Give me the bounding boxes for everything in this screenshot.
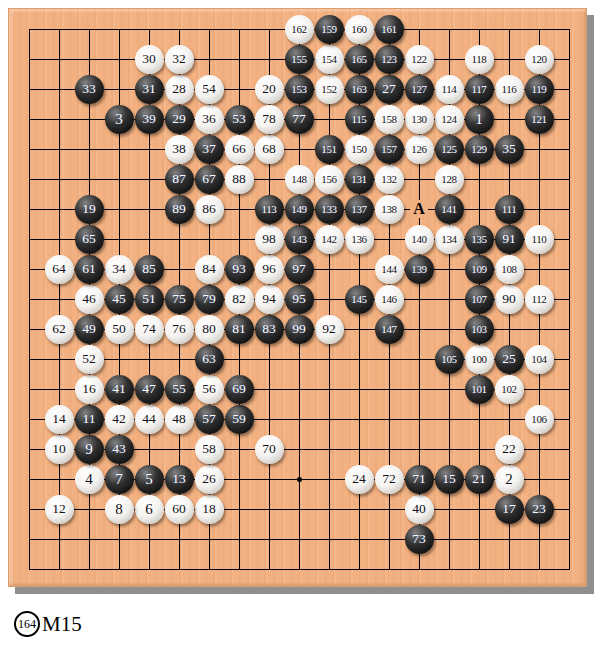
- stone-number: 157: [381, 144, 396, 155]
- stone-white-2: 2: [495, 465, 524, 494]
- stone-white-158: 158: [375, 105, 404, 134]
- stone-number: 154: [321, 54, 336, 65]
- stone-number: 49: [82, 322, 96, 336]
- stone-number: 98: [262, 232, 276, 246]
- stone-number: 77: [292, 112, 306, 126]
- stone-white-22: 22: [495, 435, 524, 464]
- stone-number: 16: [82, 382, 96, 396]
- stone-white-36: 36: [195, 105, 224, 134]
- stone-number: 59: [232, 412, 246, 426]
- stone-black-19: 19: [75, 195, 104, 224]
- board-grid: 1234567891011121314151617181920212223242…: [29, 29, 570, 570]
- stone-white-136: 136: [345, 225, 374, 254]
- stone-number: 37: [202, 142, 216, 156]
- stone-number: 54: [202, 82, 216, 96]
- stone-number: 88: [232, 172, 246, 186]
- stone-number: 122: [411, 54, 426, 65]
- star-point: [297, 477, 302, 482]
- stone-number: 78: [262, 112, 276, 126]
- stone-number: 124: [441, 114, 456, 125]
- stone-black-3: 3: [105, 105, 134, 134]
- stone-number: 31: [142, 82, 156, 96]
- stone-white-42: 42: [105, 405, 134, 434]
- stone-black-59: 59: [225, 405, 254, 434]
- stone-white-124: 124: [435, 105, 464, 134]
- stone-black-113: 113: [255, 195, 284, 224]
- stone-black-53: 53: [225, 105, 254, 134]
- stone-number: 72: [382, 472, 396, 486]
- stone-number: 99: [292, 322, 306, 336]
- stone-black-23: 23: [525, 495, 554, 524]
- stone-white-126: 126: [405, 135, 434, 164]
- stone-black-49: 49: [75, 315, 104, 344]
- stone-number: 76: [172, 322, 186, 336]
- stone-number: 42: [112, 412, 126, 426]
- stone-white-122: 122: [405, 45, 434, 74]
- stone-white-28: 28: [165, 75, 194, 104]
- stone-number: 79: [202, 292, 216, 306]
- stone-white-78: 78: [255, 105, 284, 134]
- stone-white-14: 14: [45, 405, 74, 434]
- stone-white-162: 162: [285, 15, 314, 44]
- stone-white-80: 80: [195, 315, 224, 344]
- caption-stone-white-164: 164: [14, 611, 40, 637]
- stone-black-95: 95: [285, 285, 314, 314]
- stone-black-83: 83: [255, 315, 284, 344]
- stone-number: 23: [532, 502, 546, 516]
- stone-black-149: 149: [285, 195, 314, 224]
- stone-number: 66: [232, 142, 246, 156]
- stone-white-160: 160: [345, 15, 374, 44]
- stone-white-112: 112: [525, 285, 554, 314]
- stone-white-148: 148: [285, 165, 314, 194]
- stone-black-17: 17: [495, 495, 524, 524]
- stone-white-16: 16: [75, 375, 104, 404]
- stone-black-71: 71: [405, 465, 434, 494]
- stone-number: 26: [202, 472, 216, 486]
- stone-number: 63: [202, 352, 216, 366]
- stone-number: 47: [142, 382, 156, 396]
- stone-black-115: 115: [345, 105, 374, 134]
- stone-black-37: 37: [195, 135, 224, 164]
- stone-number: 151: [321, 144, 336, 155]
- stone-number: 84: [202, 262, 216, 276]
- stone-number: 43: [112, 442, 126, 456]
- stone-black-45: 45: [105, 285, 134, 314]
- stone-black-157: 157: [375, 135, 404, 164]
- stone-black-129: 129: [465, 135, 494, 164]
- stone-number: 119: [532, 84, 547, 95]
- stone-number: 21: [472, 472, 486, 486]
- stone-number: 38: [172, 142, 186, 156]
- stone-number: 97: [292, 262, 306, 276]
- stone-number: 96: [262, 262, 276, 276]
- stone-white-68: 68: [255, 135, 284, 164]
- stone-white-94: 94: [255, 285, 284, 314]
- stone-number: 6: [145, 502, 153, 517]
- stone-number: 68: [262, 142, 276, 156]
- stone-white-104: 104: [525, 345, 554, 374]
- stone-number: 33: [82, 82, 96, 96]
- stone-white-26: 26: [195, 465, 224, 494]
- stone-white-48: 48: [165, 405, 194, 434]
- stone-number: 22: [502, 442, 516, 456]
- stone-white-10: 10: [45, 435, 74, 464]
- stone-white-110: 110: [525, 225, 554, 254]
- stone-number: 13: [172, 472, 186, 486]
- stone-white-54: 54: [195, 75, 224, 104]
- stone-black-165: 165: [345, 45, 374, 74]
- stone-black-35: 35: [495, 135, 524, 164]
- stone-black-27: 27: [375, 75, 404, 104]
- stone-number: 94: [262, 292, 276, 306]
- stone-number: 90: [502, 292, 516, 306]
- stone-number: 158: [381, 114, 396, 125]
- stone-black-153: 153: [285, 75, 314, 104]
- stone-number: 34: [112, 262, 126, 276]
- stone-white-90: 90: [495, 285, 524, 314]
- stone-number: 65: [82, 232, 96, 246]
- stone-black-137: 137: [345, 195, 374, 224]
- stone-black-51: 51: [135, 285, 164, 314]
- stone-number: 130: [411, 114, 426, 125]
- stone-number: 107: [471, 294, 486, 305]
- stone-number: 14: [52, 412, 66, 426]
- stone-number: 20: [262, 82, 276, 96]
- stone-black-65: 65: [75, 225, 104, 254]
- stone-number: 134: [441, 234, 456, 245]
- stone-white-98: 98: [255, 225, 284, 254]
- stone-black-117: 117: [465, 75, 494, 104]
- stone-white-44: 44: [135, 405, 164, 434]
- stone-number: 144: [381, 264, 396, 275]
- stone-black-61: 61: [75, 255, 104, 284]
- stone-number: 160: [351, 24, 366, 35]
- stone-white-32: 32: [165, 45, 194, 74]
- stone-black-39: 39: [135, 105, 164, 134]
- stone-number: 55: [172, 382, 186, 396]
- stone-number: 8: [115, 502, 123, 517]
- stone-number: 53: [232, 112, 246, 126]
- stone-number: 92: [322, 322, 336, 336]
- stone-number: 82: [232, 292, 246, 306]
- stone-number: 152: [321, 84, 336, 95]
- stone-number: 85: [142, 262, 156, 276]
- stone-number: 127: [411, 84, 426, 95]
- stone-number: 35: [502, 142, 516, 156]
- stone-number: 67: [202, 172, 216, 186]
- stone-black-89: 89: [165, 195, 194, 224]
- stone-number: 50: [112, 322, 126, 336]
- stone-black-119: 119: [525, 75, 554, 104]
- stone-number: 91: [502, 232, 516, 246]
- stone-number: 93: [232, 262, 246, 276]
- stone-number: 60: [172, 502, 186, 516]
- stone-number: 5: [145, 472, 153, 487]
- stone-white-142: 142: [315, 225, 344, 254]
- stone-number: 145: [351, 294, 366, 305]
- stone-black-145: 145: [345, 285, 374, 314]
- stone-white-128: 128: [435, 165, 464, 194]
- stone-number: 44: [142, 412, 156, 426]
- stone-black-63: 63: [195, 345, 224, 374]
- stone-black-69: 69: [225, 375, 254, 404]
- stone-black-73: 73: [405, 525, 434, 554]
- stone-number: 70: [262, 442, 276, 456]
- stone-white-74: 74: [135, 315, 164, 344]
- stone-number: 74: [142, 322, 156, 336]
- stone-white-58: 58: [195, 435, 224, 464]
- stone-number: 125: [441, 144, 456, 155]
- stone-white-20: 20: [255, 75, 284, 104]
- stone-number: 136: [351, 234, 366, 245]
- stone-number: 41: [112, 382, 126, 396]
- stone-number: 1: [475, 112, 483, 127]
- stone-number: 51: [142, 292, 156, 306]
- stone-black-141: 141: [435, 195, 464, 224]
- stone-number: 153: [291, 84, 306, 95]
- stone-number: 30: [142, 52, 156, 66]
- stone-white-106: 106: [525, 405, 554, 434]
- stone-white-118: 118: [465, 45, 494, 74]
- stone-number: 48: [172, 412, 186, 426]
- stone-number: 27: [382, 82, 396, 96]
- stone-number: 19: [82, 202, 96, 216]
- stone-black-99: 99: [285, 315, 314, 344]
- stone-black-125: 125: [435, 135, 464, 164]
- stone-number: 146: [381, 294, 396, 305]
- stone-white-52: 52: [75, 345, 104, 374]
- stone-number: 4: [85, 472, 93, 487]
- stone-number: 123: [381, 54, 396, 65]
- stone-white-96: 96: [255, 255, 284, 284]
- stone-number: 150: [351, 144, 366, 155]
- stone-black-97: 97: [285, 255, 314, 284]
- stone-number: 163: [351, 84, 366, 95]
- stone-number: 131: [351, 174, 366, 185]
- stone-black-41: 41: [105, 375, 134, 404]
- stone-number: 2: [505, 472, 513, 487]
- stone-white-92: 92: [315, 315, 344, 344]
- stone-number: 159: [321, 24, 336, 35]
- stone-black-25: 25: [495, 345, 524, 374]
- stone-number: 87: [172, 172, 186, 186]
- stone-number: 110: [532, 234, 547, 245]
- stone-white-50: 50: [105, 315, 134, 344]
- stone-number: 112: [532, 294, 547, 305]
- stone-number: 73: [412, 532, 426, 546]
- go-diagram-page: { "game": "Go (19x19) — numbered game-re…: [0, 0, 600, 659]
- stone-number: 147: [381, 324, 396, 335]
- stone-number: 18: [202, 502, 216, 516]
- stone-white-88: 88: [225, 165, 254, 194]
- stone-number: 28: [172, 82, 186, 96]
- stone-black-75: 75: [165, 285, 194, 314]
- stone-white-156: 156: [315, 165, 344, 194]
- stone-white-134: 134: [435, 225, 464, 254]
- stone-white-30: 30: [135, 45, 164, 74]
- stone-number: 40: [412, 502, 426, 516]
- stone-number: 137: [351, 204, 366, 215]
- stone-white-4: 4: [75, 465, 104, 494]
- stone-black-93: 93: [225, 255, 254, 284]
- stone-black-161: 161: [375, 15, 404, 44]
- stone-black-91: 91: [495, 225, 524, 254]
- stone-black-151: 151: [315, 135, 344, 164]
- stone-number: 80: [202, 322, 216, 336]
- stone-black-7: 7: [105, 465, 134, 494]
- move-caption: 164 M15: [14, 610, 82, 638]
- go-board: 1234567891011121314151617181920212223242…: [8, 8, 587, 587]
- stone-black-9: 9: [75, 435, 104, 464]
- stone-white-56: 56: [195, 375, 224, 404]
- stone-white-24: 24: [345, 465, 374, 494]
- stone-black-29: 29: [165, 105, 194, 134]
- stone-number: 12: [52, 502, 66, 516]
- stone-black-123: 123: [375, 45, 404, 74]
- stone-white-72: 72: [375, 465, 404, 494]
- stone-number: 113: [262, 204, 277, 215]
- stone-number: 95: [292, 292, 306, 306]
- stone-number: 106: [531, 414, 546, 425]
- stone-number: 133: [321, 204, 336, 215]
- stone-black-47: 47: [135, 375, 164, 404]
- stone-black-127: 127: [405, 75, 434, 104]
- stone-white-70: 70: [255, 435, 284, 464]
- point-label-A: A: [410, 200, 428, 218]
- stone-number: 128: [441, 174, 456, 185]
- stone-white-138: 138: [375, 195, 404, 224]
- stone-number: 9: [85, 442, 93, 457]
- stone-white-84: 84: [195, 255, 224, 284]
- stone-number: 89: [172, 202, 186, 216]
- stone-black-121: 121: [525, 105, 554, 134]
- stone-white-46: 46: [75, 285, 104, 314]
- stone-number: 143: [291, 234, 306, 245]
- stone-number: 52: [82, 352, 96, 366]
- stone-number: 129: [471, 144, 486, 155]
- caption-move-number: 164: [18, 617, 36, 631]
- stone-black-159: 159: [315, 15, 344, 44]
- stone-black-31: 31: [135, 75, 164, 104]
- stone-black-81: 81: [225, 315, 254, 344]
- stone-number: 75: [172, 292, 186, 306]
- stone-number: 62: [52, 322, 66, 336]
- stone-white-64: 64: [45, 255, 74, 284]
- stone-white-38: 38: [165, 135, 194, 164]
- stone-white-18: 18: [195, 495, 224, 524]
- stone-number: 140: [411, 234, 426, 245]
- stone-number: 118: [472, 54, 487, 65]
- stone-number: 103: [471, 324, 486, 335]
- stone-number: 135: [471, 234, 486, 245]
- stone-white-62: 62: [45, 315, 74, 344]
- stone-black-55: 55: [165, 375, 194, 404]
- stone-black-11: 11: [75, 405, 104, 434]
- stone-number: 29: [172, 112, 186, 126]
- stone-black-87: 87: [165, 165, 194, 194]
- stone-number: 161: [381, 24, 396, 35]
- stone-white-6: 6: [135, 495, 164, 524]
- stone-number: 71: [412, 472, 426, 486]
- stone-black-77: 77: [285, 105, 314, 134]
- stone-black-101: 101: [465, 375, 494, 404]
- stone-number: 104: [531, 354, 546, 365]
- stone-number: 162: [291, 24, 306, 35]
- stone-number: 86: [202, 202, 216, 216]
- stone-black-107: 107: [465, 285, 494, 314]
- stone-number: 17: [502, 502, 516, 516]
- stone-white-140: 140: [405, 225, 434, 254]
- stone-number: 101: [471, 384, 486, 395]
- stone-number: 148: [291, 174, 306, 185]
- stone-black-155: 155: [285, 45, 314, 74]
- stone-number: 61: [82, 262, 96, 276]
- stone-number: 3: [115, 112, 123, 127]
- stone-number: 25: [502, 352, 516, 366]
- stone-black-143: 143: [285, 225, 314, 254]
- stone-number: 108: [501, 264, 516, 275]
- stone-white-132: 132: [375, 165, 404, 194]
- stone-white-130: 130: [405, 105, 434, 134]
- stone-black-133: 133: [315, 195, 344, 224]
- stone-number: 165: [351, 54, 366, 65]
- stone-number: 32: [172, 52, 186, 66]
- stone-number: 138: [381, 204, 396, 215]
- stone-number: 46: [82, 292, 96, 306]
- stone-black-15: 15: [435, 465, 464, 494]
- stone-number: 142: [321, 234, 336, 245]
- stone-black-139: 139: [405, 255, 434, 284]
- stone-black-135: 135: [465, 225, 494, 254]
- stone-number: 109: [471, 264, 486, 275]
- stone-white-152: 152: [315, 75, 344, 104]
- stone-number: 10: [52, 442, 66, 456]
- stone-black-163: 163: [345, 75, 374, 104]
- caption-location: M15: [42, 612, 82, 637]
- stone-number: 120: [531, 54, 546, 65]
- stone-number: 64: [52, 262, 66, 276]
- stone-number: 56: [202, 382, 216, 396]
- stone-white-108: 108: [495, 255, 524, 284]
- stone-black-103: 103: [465, 315, 494, 344]
- stone-white-34: 34: [105, 255, 134, 284]
- stone-number: 114: [442, 84, 457, 95]
- stone-black-13: 13: [165, 465, 194, 494]
- stone-black-147: 147: [375, 315, 404, 344]
- stone-black-1: 1: [465, 105, 494, 134]
- stone-number: 15: [442, 472, 456, 486]
- stone-number: 7: [115, 472, 123, 487]
- stone-black-57: 57: [195, 405, 224, 434]
- stone-white-146: 146: [375, 285, 404, 314]
- stone-number: 36: [202, 112, 216, 126]
- stone-number: 156: [321, 174, 336, 185]
- stone-white-8: 8: [105, 495, 134, 524]
- stone-white-114: 114: [435, 75, 464, 104]
- stone-number: 24: [352, 472, 366, 486]
- stone-black-131: 131: [345, 165, 374, 194]
- stone-white-60: 60: [165, 495, 194, 524]
- stone-number: 111: [502, 204, 516, 215]
- stone-number: 126: [411, 144, 426, 155]
- stone-number: 58: [202, 442, 216, 456]
- stone-white-102: 102: [495, 375, 524, 404]
- stone-number: 149: [291, 204, 306, 215]
- stone-number: 132: [381, 174, 396, 185]
- stone-number: 11: [83, 412, 96, 426]
- stone-number: 100: [471, 354, 486, 365]
